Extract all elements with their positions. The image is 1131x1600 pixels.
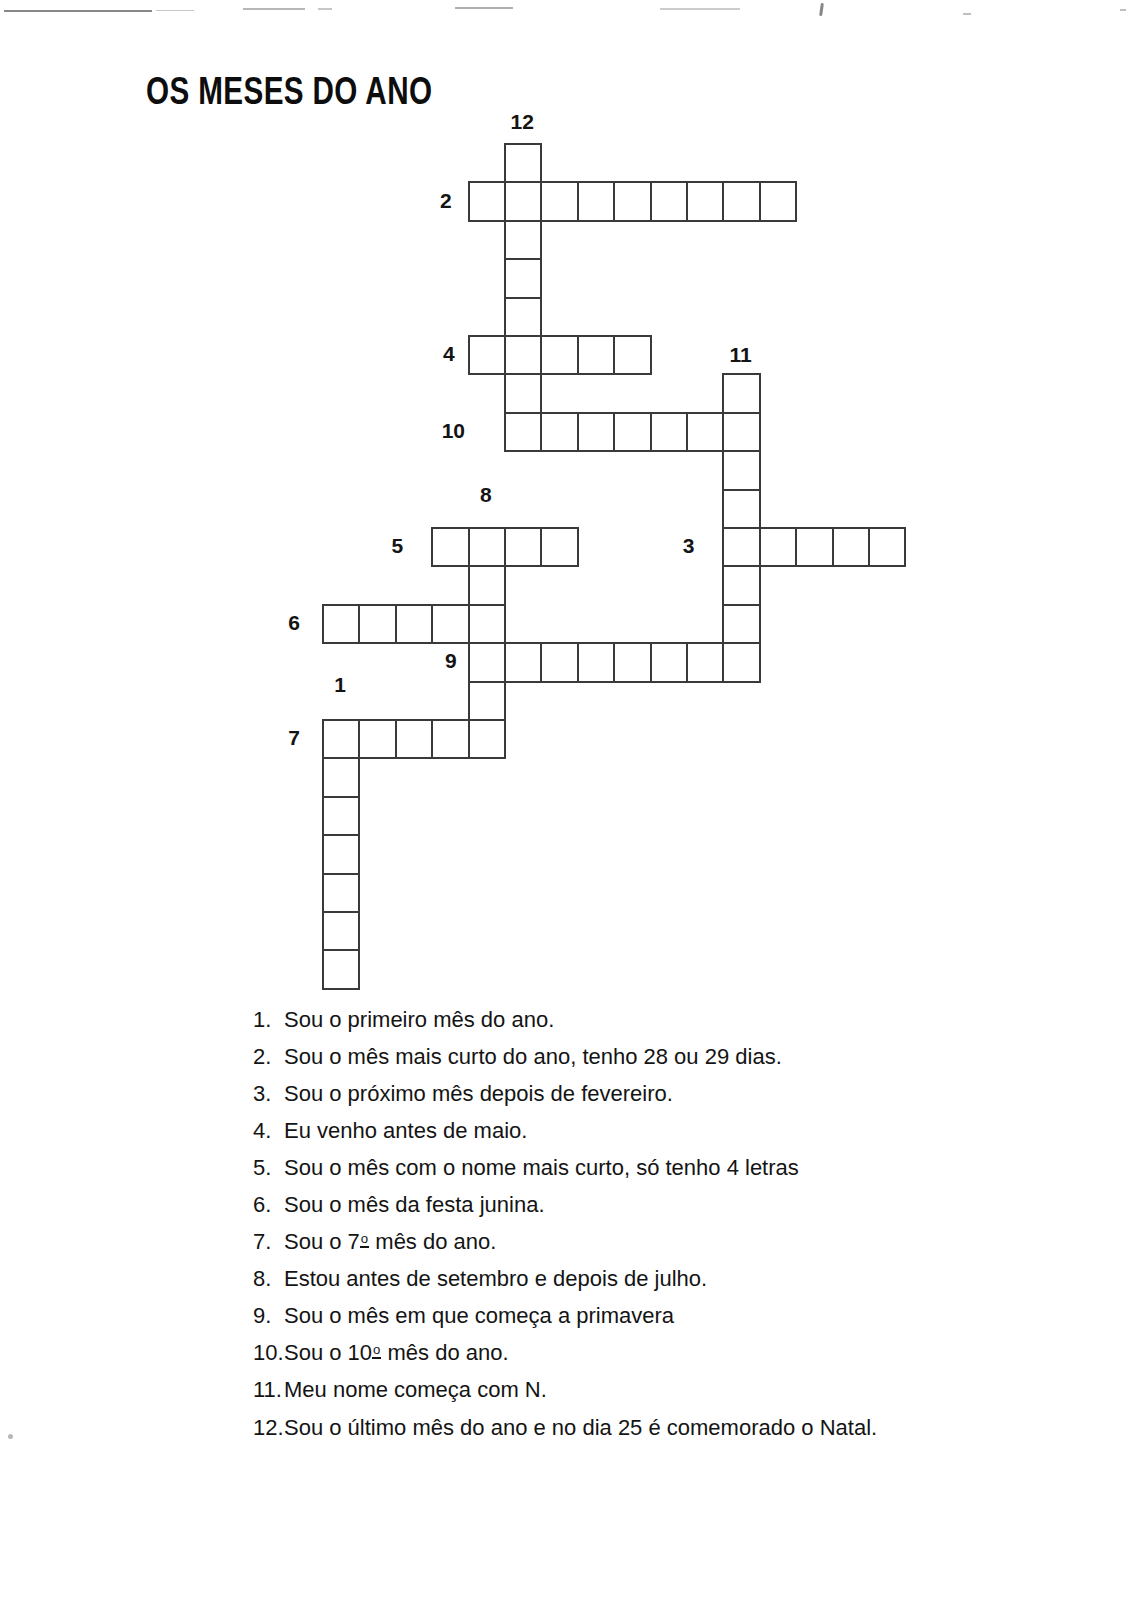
grid-cell[interactable] bbox=[504, 258, 542, 298]
clue-number-label: 4 bbox=[395, 341, 455, 367]
clue-number: 2. bbox=[253, 1044, 284, 1070]
grid-cell[interactable] bbox=[795, 527, 833, 567]
page-title: OS MESES DO ANO bbox=[146, 70, 432, 113]
scan-artifact bbox=[156, 10, 194, 11]
scan-artifact bbox=[8, 1434, 13, 1439]
clue-list: 1.Sou o primeiro mês do ano.2.Sou o mês … bbox=[253, 1001, 877, 1446]
grid-cell[interactable] bbox=[504, 527, 542, 567]
grid-cell[interactable] bbox=[504, 220, 542, 260]
clue-text: Sou o próximo mês depois de fevereiro. bbox=[284, 1081, 673, 1107]
grid-cell[interactable] bbox=[431, 604, 469, 644]
clue-text: Sou o 10o mês do ano. bbox=[284, 1340, 509, 1366]
grid-cell[interactable] bbox=[504, 297, 542, 337]
grid-cell[interactable] bbox=[504, 181, 542, 221]
clue-number: 6. bbox=[253, 1192, 284, 1218]
grid-cell[interactable] bbox=[504, 412, 542, 452]
clue-item: 1.Sou o primeiro mês do ano. bbox=[253, 1001, 877, 1038]
grid-cell[interactable] bbox=[722, 527, 760, 567]
clue-number-label: 5 bbox=[343, 533, 403, 559]
grid-cell[interactable] bbox=[650, 412, 688, 452]
grid-cell[interactable] bbox=[431, 527, 469, 567]
clue-number-label: 12 bbox=[492, 109, 552, 135]
grid-cell[interactable] bbox=[322, 796, 360, 836]
grid-cell[interactable] bbox=[722, 373, 760, 413]
clue-number-label: 11 bbox=[711, 342, 771, 368]
grid-cell[interactable] bbox=[358, 604, 396, 644]
grid-cell[interactable] bbox=[322, 604, 360, 644]
grid-cell[interactable] bbox=[504, 642, 542, 682]
clue-text: Eu venho antes de maio. bbox=[284, 1118, 527, 1144]
grid-cell[interactable] bbox=[722, 412, 760, 452]
grid-cell[interactable] bbox=[686, 181, 724, 221]
clue-text: Sou o mês da festa junina. bbox=[284, 1192, 545, 1218]
clue-text: Sou o último mês do ano e no dia 25 é co… bbox=[284, 1415, 877, 1441]
grid-cell[interactable] bbox=[722, 642, 760, 682]
clue-text: Estou antes de setembro e depois de julh… bbox=[284, 1266, 707, 1292]
clue-number: 7. bbox=[253, 1229, 284, 1255]
scan-artifact bbox=[318, 8, 332, 10]
grid-cell[interactable] bbox=[613, 181, 651, 221]
grid-cell[interactable] bbox=[322, 911, 360, 951]
grid-cell[interactable] bbox=[577, 412, 615, 452]
grid-cell[interactable] bbox=[540, 527, 578, 567]
grid-cell[interactable] bbox=[759, 181, 797, 221]
clue-number: 1. bbox=[253, 1007, 284, 1033]
grid-cell[interactable] bbox=[540, 335, 578, 375]
grid-cell[interactable] bbox=[322, 719, 360, 759]
clue-item: 6.Sou o mês da festa junina. bbox=[253, 1186, 877, 1223]
clue-item: 12.Sou o último mês do ano e no dia 25 é… bbox=[253, 1409, 877, 1446]
clue-text: Sou o mês com o nome mais curto, só tenh… bbox=[284, 1155, 799, 1181]
clue-number: 3. bbox=[253, 1081, 284, 1107]
clue-number: 12. bbox=[253, 1415, 284, 1441]
clue-item: 5.Sou o mês com o nome mais curto, só te… bbox=[253, 1149, 877, 1186]
scan-artifact bbox=[455, 7, 513, 9]
ordinal-indicator: o bbox=[360, 1232, 369, 1248]
scan-artifact bbox=[819, 3, 824, 16]
clue-text: Sou o mês mais curto do ano, tenho 28 ou… bbox=[284, 1044, 782, 1070]
grid-cell[interactable] bbox=[577, 181, 615, 221]
grid-cell[interactable] bbox=[759, 527, 797, 567]
grid-cell[interactable] bbox=[504, 373, 542, 413]
grid-cell[interactable] bbox=[322, 757, 360, 797]
worksheet-page: OS MESES DO ANO 123456789101112 1.Sou o … bbox=[0, 0, 1131, 1600]
grid-cell[interactable] bbox=[577, 642, 615, 682]
clue-number: 11. bbox=[253, 1377, 284, 1403]
scan-artifact bbox=[963, 13, 971, 15]
grid-cell[interactable] bbox=[468, 181, 506, 221]
clue-number-label: 1 bbox=[310, 672, 370, 698]
grid-cell[interactable] bbox=[577, 335, 615, 375]
clue-item: 7.Sou o 7o mês do ano. bbox=[253, 1224, 877, 1261]
grid-cell[interactable] bbox=[722, 181, 760, 221]
grid-cell[interactable] bbox=[868, 527, 906, 567]
clue-number-label: 9 bbox=[397, 648, 457, 674]
clue-number: 4. bbox=[253, 1118, 284, 1144]
clue-number: 5. bbox=[253, 1155, 284, 1181]
grid-cell[interactable] bbox=[722, 604, 760, 644]
grid-cell[interactable] bbox=[613, 412, 651, 452]
grid-cell[interactable] bbox=[468, 565, 506, 605]
grid-cell[interactable] bbox=[722, 565, 760, 605]
ordinal-indicator: o bbox=[372, 1343, 381, 1359]
scan-artifact bbox=[660, 8, 740, 10]
grid-cell[interactable] bbox=[504, 143, 542, 183]
clue-number: 9. bbox=[253, 1303, 284, 1329]
clue-number-label: 7 bbox=[240, 725, 300, 751]
grid-cell[interactable] bbox=[650, 642, 688, 682]
clue-item: 4.Eu venho antes de maio. bbox=[253, 1112, 877, 1149]
grid-cell[interactable] bbox=[722, 450, 760, 490]
grid-cell[interactable] bbox=[686, 642, 724, 682]
grid-cell[interactable] bbox=[468, 527, 506, 567]
grid-cell[interactable] bbox=[358, 719, 396, 759]
grid-cell[interactable] bbox=[322, 949, 360, 989]
grid-cell[interactable] bbox=[322, 834, 360, 874]
grid-cell[interactable] bbox=[395, 719, 433, 759]
clue-text: Sou o 7o mês do ano. bbox=[284, 1229, 496, 1255]
clue-item: 2.Sou o mês mais curto do ano, tenho 28 … bbox=[253, 1038, 877, 1075]
clue-number-label: 8 bbox=[456, 482, 516, 508]
grid-cell[interactable] bbox=[504, 335, 542, 375]
grid-cell[interactable] bbox=[722, 489, 760, 529]
clue-number-label: 3 bbox=[634, 533, 694, 559]
grid-cell[interactable] bbox=[686, 412, 724, 452]
clue-text: Meu nome começa com N. bbox=[284, 1377, 547, 1403]
grid-cell[interactable] bbox=[468, 681, 506, 721]
clue-item: 3.Sou o próximo mês depois de fevereiro. bbox=[253, 1075, 877, 1112]
grid-cell[interactable] bbox=[468, 719, 506, 759]
clue-number-label: 6 bbox=[240, 610, 300, 636]
grid-cell[interactable] bbox=[650, 181, 688, 221]
scan-artifact bbox=[1120, 9, 1126, 11]
clue-text: Sou o mês em que começa a primavera bbox=[284, 1303, 674, 1329]
grid-cell[interactable] bbox=[832, 527, 870, 567]
scan-artifact bbox=[243, 8, 305, 10]
grid-cell[interactable] bbox=[540, 181, 578, 221]
grid-cell[interactable] bbox=[468, 604, 506, 644]
clue-number-label: 2 bbox=[392, 188, 452, 214]
clue-item: 9.Sou o mês em que começa a primavera bbox=[253, 1298, 877, 1335]
clue-item: 11.Meu nome começa com N. bbox=[253, 1372, 877, 1409]
clue-item: 10.Sou o 10o mês do ano. bbox=[253, 1335, 877, 1372]
clue-item: 8.Estou antes de setembro e depois de ju… bbox=[253, 1261, 877, 1298]
grid-cell[interactable] bbox=[468, 335, 506, 375]
clue-text: Sou o primeiro mês do ano. bbox=[284, 1007, 554, 1033]
grid-cell[interactable] bbox=[431, 719, 469, 759]
grid-cell[interactable] bbox=[613, 335, 651, 375]
clue-number: 10. bbox=[253, 1340, 284, 1366]
grid-cell[interactable] bbox=[613, 642, 651, 682]
grid-cell[interactable] bbox=[540, 642, 578, 682]
grid-cell[interactable] bbox=[468, 642, 506, 682]
scan-artifact bbox=[4, 10, 152, 12]
clue-number-label: 10 bbox=[405, 418, 465, 444]
grid-cell[interactable] bbox=[322, 873, 360, 913]
clue-number: 8. bbox=[253, 1266, 284, 1292]
grid-cell[interactable] bbox=[540, 412, 578, 452]
grid-cell[interactable] bbox=[395, 604, 433, 644]
